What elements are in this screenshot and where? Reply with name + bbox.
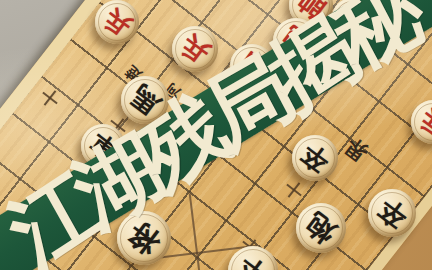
piece-character: 兵 (177, 31, 213, 67)
piece-炮: 炮 (296, 203, 346, 253)
piece-兵: 兵 (411, 100, 432, 144)
piece-character: 卒 (373, 194, 411, 232)
piece-character: 兵 (415, 104, 432, 139)
piece-卒: 卒 (368, 189, 416, 237)
piece-character: 炮 (301, 208, 340, 247)
piece-character: 卒 (233, 251, 272, 270)
thumbnail-photo: 楚河界 兵帥士炮兵相兵馬車卒卒炮将卒 江 湖 残 局 揭 秘 (0, 0, 432, 270)
piece-卒: 卒 (228, 246, 278, 270)
piece-character: 卒 (297, 140, 333, 176)
piece-卒: 卒 (292, 135, 338, 181)
piece-character: 兵 (99, 4, 134, 39)
piece-兵: 兵 (95, 0, 139, 44)
